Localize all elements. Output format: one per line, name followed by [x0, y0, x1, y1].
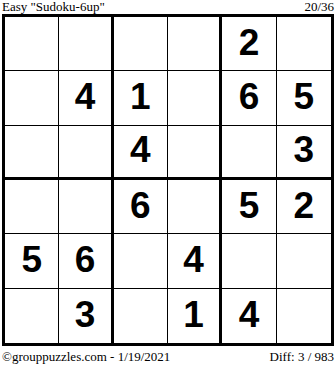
- sudoku-cell-r6c1[interactable]: [5, 289, 59, 343]
- sudoku-cell-r1c4[interactable]: [168, 17, 222, 71]
- sudoku-cell-r3c4[interactable]: [168, 126, 222, 180]
- footer: ©grouppuzzles.com - 1/19/2021 Diff: 3 / …: [2, 349, 334, 367]
- sudoku-cell-r5c1[interactable]: 5: [5, 234, 59, 288]
- difficulty-text: Diff: 3 / 983: [270, 349, 334, 365]
- sudoku-cell-r5c2[interactable]: 6: [59, 234, 113, 288]
- sudoku-cell-r2c4[interactable]: [168, 71, 222, 125]
- sudoku-cell-r6c5[interactable]: 4: [222, 289, 276, 343]
- sudoku-cell-r4c6[interactable]: 2: [277, 180, 331, 234]
- sudoku-cell-r6c2[interactable]: 3: [59, 289, 113, 343]
- sudoku-cell-r1c6[interactable]: [277, 17, 331, 71]
- puzzle-page: Easy "Sudoku-6up" 20/36 2416543652564314…: [0, 0, 336, 370]
- sudoku-cell-r2c6[interactable]: 5: [277, 71, 331, 125]
- sudoku-cell-r1c2[interactable]: [59, 17, 113, 71]
- sudoku-cell-r5c3[interactable]: [114, 234, 168, 288]
- sudoku-cell-r2c1[interactable]: [5, 71, 59, 125]
- sudoku-cell-r5c4[interactable]: 4: [168, 234, 222, 288]
- sudoku-cell-r3c1[interactable]: [5, 126, 59, 180]
- sudoku-cell-r3c2[interactable]: [59, 126, 113, 180]
- sudoku-cell-r2c3[interactable]: 1: [114, 71, 168, 125]
- sudoku-cell-r2c5[interactable]: 6: [222, 71, 276, 125]
- sudoku-cell-r4c5[interactable]: 5: [222, 180, 276, 234]
- sudoku-cell-r4c2[interactable]: [59, 180, 113, 234]
- sudoku-cell-r4c4[interactable]: [168, 180, 222, 234]
- sudoku-cell-r4c1[interactable]: [5, 180, 59, 234]
- sudoku-cell-r2c2[interactable]: 4: [59, 71, 113, 125]
- sudoku-cell-r6c6[interactable]: [277, 289, 331, 343]
- sudoku-cell-r3c6[interactable]: 3: [277, 126, 331, 180]
- sudoku-cell-r3c5[interactable]: [222, 126, 276, 180]
- puzzle-title: Easy "Sudoku-6up": [2, 0, 105, 14]
- sudoku-grid: 2416543652564314: [2, 14, 334, 346]
- sudoku-cell-r1c1[interactable]: [5, 17, 59, 71]
- copyright-text: ©grouppuzzles.com - 1/19/2021: [2, 349, 170, 365]
- sudoku-cell-r1c5[interactable]: 2: [222, 17, 276, 71]
- sudoku-cell-r4c3[interactable]: 6: [114, 180, 168, 234]
- sudoku-cell-r6c4[interactable]: 1: [168, 289, 222, 343]
- sudoku-cell-r3c3[interactable]: 4: [114, 126, 168, 180]
- header: Easy "Sudoku-6up" 20/36: [2, 0, 334, 14]
- sudoku-cell-r5c5[interactable]: [222, 234, 276, 288]
- sudoku-cell-r1c3[interactable]: [114, 17, 168, 71]
- sudoku-cell-r6c3[interactable]: [114, 289, 168, 343]
- puzzle-progress: 20/36: [304, 0, 334, 14]
- sudoku-cell-r5c6[interactable]: [277, 234, 331, 288]
